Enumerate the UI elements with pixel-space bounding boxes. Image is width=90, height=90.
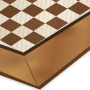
chess-board <box>0 0 90 90</box>
photo-stage <box>0 0 90 90</box>
